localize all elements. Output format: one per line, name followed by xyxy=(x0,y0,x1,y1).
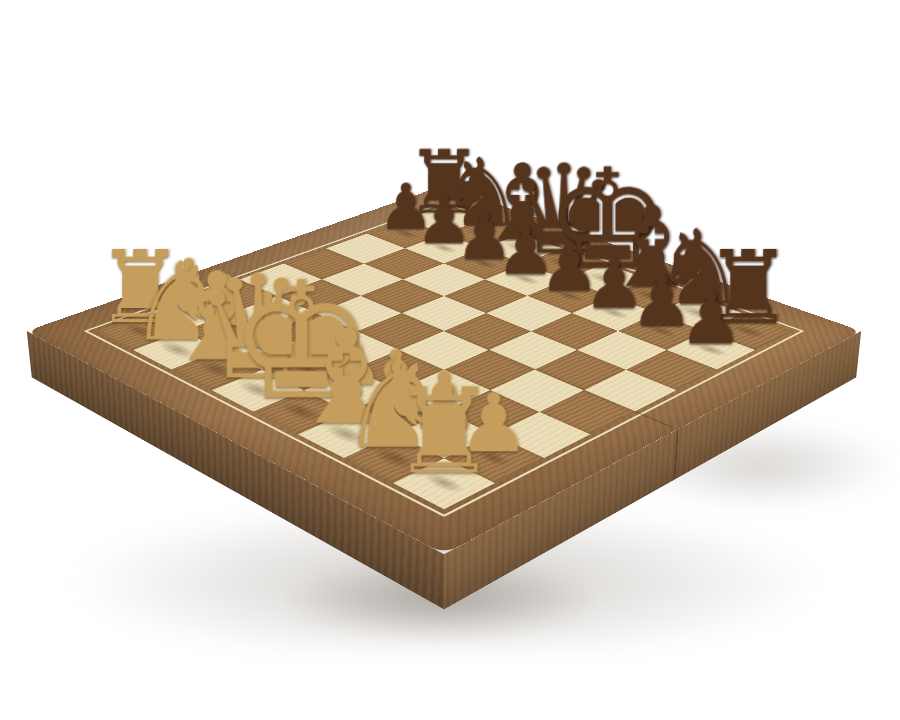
product-photo: ♜♞♝♛♚♝♞♜♟♟♟♟♟♟♟♟♟♟♟♟♟♟♟♟♜♞♝♛♚♝♞♜ xyxy=(0,0,900,720)
hinge-seam-side xyxy=(673,429,678,481)
chess-board: ♜♞♝♛♚♝♞♜♟♟♟♟♟♟♟♟♟♟♟♟♟♟♟♟♜♞♝♛♚♝♞♜ xyxy=(27,185,861,554)
white-rook-glyph: ♜ xyxy=(391,373,497,491)
board-top: ♜♞♝♛♚♝♞♜♟♟♟♟♟♟♟♟♟♟♟♟♟♟♟♟♜♞♝♛♚♝♞♜ xyxy=(27,185,861,554)
black-pawn-glyph: ♟ xyxy=(679,283,743,355)
photo-scene: ♜♞♝♛♚♝♞♜♟♟♟♟♟♟♟♟♟♟♟♟♟♟♟♟♜♞♝♛♚♝♞♜ xyxy=(0,0,900,720)
